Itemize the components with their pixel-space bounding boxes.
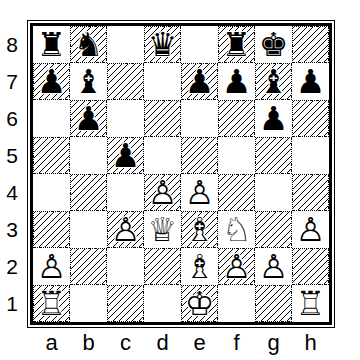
piece-halo: ♚ xyxy=(255,26,292,63)
piece-halo: ♜ xyxy=(219,27,254,62)
piece-black-rook: ♜ xyxy=(219,27,254,62)
rank-label-6: 6 xyxy=(0,100,24,137)
piece-halo: ♟ xyxy=(145,175,180,210)
square-b8[interactable]: ♞♞ xyxy=(70,26,107,63)
piece-white-bishop: ♗ xyxy=(181,248,218,285)
square-e3[interactable]: ♝♗ xyxy=(181,211,218,248)
piece-halo: ♟ xyxy=(219,249,254,284)
piece-black-rook: ♜ xyxy=(33,26,70,63)
piece-halo: ♟ xyxy=(108,212,143,247)
square-a3[interactable] xyxy=(33,211,70,248)
square-g6[interactable]: ♟♟ xyxy=(255,100,292,137)
chess-diagram: 87654321 ♜♜♞♞♛♛♜♜♚♚♟♟♝♝♟♟♟♟♝♝♟♟♟♟♟♟♟♟♟♙♟… xyxy=(0,0,360,360)
file-label-b: b xyxy=(70,330,107,356)
square-d3[interactable]: ♛♕ xyxy=(144,211,181,248)
square-d8[interactable]: ♛♛ xyxy=(144,26,181,63)
square-h2[interactable] xyxy=(292,248,329,285)
piece-halo: ♜ xyxy=(34,286,69,321)
square-b2[interactable] xyxy=(70,248,107,285)
rank-label-4: 4 xyxy=(0,174,24,211)
rank-label-8: 8 xyxy=(0,26,24,63)
chess-board: ♜♜♞♞♛♛♜♜♚♚♟♟♝♝♟♟♟♟♝♝♟♟♟♟♟♟♟♟♟♙♟♙♟♙♛♕♝♗♞♘… xyxy=(33,26,329,322)
piece-white-pawn: ♙ xyxy=(292,211,329,248)
square-e6[interactable] xyxy=(181,100,218,137)
square-f3[interactable]: ♞♘ xyxy=(218,211,255,248)
square-e5[interactable] xyxy=(181,137,218,174)
square-d1[interactable] xyxy=(144,285,181,322)
piece-black-bishop: ♝ xyxy=(256,64,291,99)
square-d4[interactable]: ♟♙ xyxy=(144,174,181,211)
square-e4[interactable]: ♟♙ xyxy=(181,174,218,211)
piece-black-pawn: ♟ xyxy=(182,64,217,99)
square-a7[interactable]: ♟♟ xyxy=(33,63,70,100)
piece-halo: ♚ xyxy=(182,286,217,321)
rank-labels: 87654321 xyxy=(0,26,24,322)
rank-label-5: 5 xyxy=(0,137,24,174)
square-b5[interactable] xyxy=(70,137,107,174)
rank-label-1: 1 xyxy=(0,285,24,322)
square-b7[interactable]: ♝♝ xyxy=(70,63,107,100)
rank-label-7: 7 xyxy=(0,63,24,100)
piece-halo: ♟ xyxy=(34,64,69,99)
piece-halo: ♟ xyxy=(218,63,255,100)
square-g2[interactable]: ♟♙ xyxy=(255,248,292,285)
piece-black-queen: ♛ xyxy=(145,27,180,62)
square-e8[interactable] xyxy=(181,26,218,63)
file-label-g: g xyxy=(255,330,292,356)
square-c7[interactable] xyxy=(107,63,144,100)
piece-black-bishop: ♝ xyxy=(70,63,107,100)
piece-halo: ♞ xyxy=(218,211,255,248)
square-f6[interactable] xyxy=(218,100,255,137)
square-e7[interactable]: ♟♟ xyxy=(181,63,218,100)
file-label-e: e xyxy=(181,330,218,356)
piece-white-pawn: ♙ xyxy=(145,175,180,210)
piece-halo: ♜ xyxy=(292,285,329,322)
piece-halo: ♝ xyxy=(182,212,217,247)
square-c2[interactable] xyxy=(107,248,144,285)
square-a8[interactable]: ♜♜ xyxy=(33,26,70,63)
piece-white-pawn: ♙ xyxy=(33,248,70,285)
board-frame-inner: ♜♜♞♞♛♛♜♜♚♚♟♟♝♝♟♟♟♟♝♝♟♟♟♟♟♟♟♟♟♙♟♙♟♙♛♕♝♗♞♘… xyxy=(30,23,332,325)
piece-halo: ♟ xyxy=(108,138,143,173)
square-c8[interactable] xyxy=(107,26,144,63)
square-c6[interactable] xyxy=(107,100,144,137)
piece-white-pawn: ♙ xyxy=(181,174,218,211)
piece-halo: ♟ xyxy=(71,101,106,136)
piece-halo: ♟ xyxy=(292,63,329,100)
square-h6[interactable] xyxy=(292,100,329,137)
square-c3[interactable]: ♟♙ xyxy=(107,211,144,248)
square-f1[interactable] xyxy=(218,285,255,322)
piece-halo: ♝ xyxy=(256,64,291,99)
square-e2[interactable]: ♝♗ xyxy=(181,248,218,285)
piece-white-queen: ♕ xyxy=(144,211,181,248)
piece-halo: ♟ xyxy=(292,211,329,248)
square-c4[interactable] xyxy=(107,174,144,211)
square-f4[interactable] xyxy=(218,174,255,211)
square-f5[interactable] xyxy=(218,137,255,174)
rank-label-3: 3 xyxy=(0,211,24,248)
square-d7[interactable] xyxy=(144,63,181,100)
square-h8[interactable] xyxy=(292,26,329,63)
square-b1[interactable] xyxy=(70,285,107,322)
piece-halo: ♞ xyxy=(71,27,106,62)
square-h4[interactable] xyxy=(292,174,329,211)
square-f8[interactable]: ♜♜ xyxy=(218,26,255,63)
file-label-f: f xyxy=(218,330,255,356)
file-labels: abcdefgh xyxy=(33,330,329,356)
board-frame: ♜♜♞♞♛♛♜♜♚♚♟♟♝♝♟♟♟♟♝♝♟♟♟♟♟♟♟♟♟♙♟♙♟♙♛♕♝♗♞♘… xyxy=(27,20,335,328)
piece-white-pawn: ♙ xyxy=(108,212,143,247)
square-a6[interactable] xyxy=(33,100,70,137)
piece-black-pawn: ♟ xyxy=(218,63,255,100)
square-g5[interactable] xyxy=(255,137,292,174)
square-g7[interactable]: ♝♝ xyxy=(255,63,292,100)
piece-white-king: ♔ xyxy=(182,286,217,321)
square-b3[interactable] xyxy=(70,211,107,248)
piece-black-king: ♚ xyxy=(255,26,292,63)
piece-white-rook: ♖ xyxy=(34,286,69,321)
square-d6[interactable] xyxy=(144,100,181,137)
piece-black-pawn: ♟ xyxy=(71,101,106,136)
piece-halo: ♟ xyxy=(255,248,292,285)
square-f2[interactable]: ♟♙ xyxy=(218,248,255,285)
file-label-a: a xyxy=(33,330,70,356)
square-d5[interactable] xyxy=(144,137,181,174)
square-h1[interactable]: ♜♖ xyxy=(292,285,329,322)
square-e1[interactable]: ♚♔ xyxy=(181,285,218,322)
piece-black-pawn: ♟ xyxy=(292,63,329,100)
piece-white-rook: ♖ xyxy=(292,285,329,322)
square-d2[interactable] xyxy=(144,248,181,285)
square-h5[interactable] xyxy=(292,137,329,174)
square-f7[interactable]: ♟♟ xyxy=(218,63,255,100)
piece-halo: ♝ xyxy=(181,248,218,285)
piece-black-pawn: ♟ xyxy=(255,100,292,137)
piece-halo: ♛ xyxy=(145,27,180,62)
piece-black-pawn: ♟ xyxy=(34,64,69,99)
piece-white-pawn: ♙ xyxy=(255,248,292,285)
square-a4[interactable] xyxy=(33,174,70,211)
file-label-c: c xyxy=(107,330,144,356)
square-h7[interactable]: ♟♟ xyxy=(292,63,329,100)
square-c1[interactable] xyxy=(107,285,144,322)
piece-white-knight: ♘ xyxy=(218,211,255,248)
piece-black-knight: ♞ xyxy=(71,27,106,62)
square-g4[interactable] xyxy=(255,174,292,211)
rank-label-2: 2 xyxy=(0,248,24,285)
square-b6[interactable]: ♟♟ xyxy=(70,100,107,137)
piece-black-pawn: ♟ xyxy=(108,138,143,173)
piece-halo: ♜ xyxy=(33,26,70,63)
square-g1[interactable] xyxy=(255,285,292,322)
piece-white-pawn: ♙ xyxy=(219,249,254,284)
piece-halo: ♟ xyxy=(255,100,292,137)
piece-white-bishop: ♗ xyxy=(182,212,217,247)
piece-halo: ♟ xyxy=(181,174,218,211)
piece-halo: ♟ xyxy=(33,248,70,285)
square-b4[interactable] xyxy=(70,174,107,211)
piece-halo: ♛ xyxy=(144,211,181,248)
square-a5[interactable] xyxy=(33,137,70,174)
square-g8[interactable]: ♚♚ xyxy=(255,26,292,63)
piece-halo: ♟ xyxy=(182,64,217,99)
square-h3[interactable]: ♟♙ xyxy=(292,211,329,248)
square-a1[interactable]: ♜♖ xyxy=(33,285,70,322)
file-label-d: d xyxy=(144,330,181,356)
square-g3[interactable] xyxy=(255,211,292,248)
square-c5[interactable]: ♟♟ xyxy=(107,137,144,174)
piece-halo: ♝ xyxy=(70,63,107,100)
file-label-h: h xyxy=(292,330,329,356)
square-a2[interactable]: ♟♙ xyxy=(33,248,70,285)
